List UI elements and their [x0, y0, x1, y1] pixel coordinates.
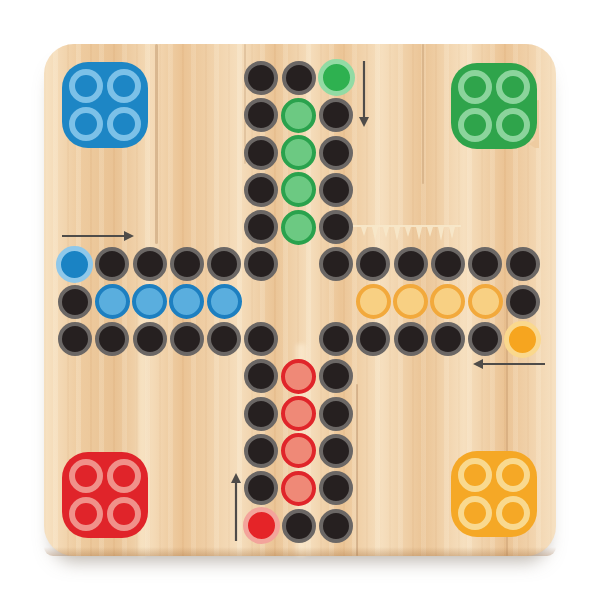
green-home-hole[interactable]	[281, 135, 316, 170]
track-hole[interactable]	[133, 247, 167, 281]
track-hole[interactable]	[244, 359, 278, 393]
track-holes-grid	[56, 59, 541, 544]
product-photo: { "game": "Ludo", "board_description": "…	[0, 0, 600, 600]
track-hole[interactable]	[58, 322, 92, 356]
red-home-hole[interactable]	[281, 471, 316, 506]
track-hole[interactable]	[244, 471, 278, 505]
track-hole[interactable]	[394, 247, 428, 281]
track-hole[interactable]	[356, 247, 390, 281]
track-hole[interactable]	[468, 247, 502, 281]
ludo-board	[44, 44, 556, 556]
green-start-hole[interactable]	[318, 59, 355, 96]
track-hole[interactable]	[431, 322, 465, 356]
blue-start-hole[interactable]	[56, 246, 93, 283]
track-hole[interactable]	[468, 322, 502, 356]
blue-home-hole[interactable]	[132, 284, 167, 319]
blue-home-hole[interactable]	[169, 284, 204, 319]
red-home-hole[interactable]	[281, 396, 316, 431]
track-hole[interactable]	[58, 285, 92, 319]
track-hole[interactable]	[282, 61, 316, 95]
track-hole[interactable]	[244, 322, 278, 356]
track-hole[interactable]	[319, 322, 353, 356]
green-home-hole[interactable]	[281, 210, 316, 245]
yellow-home-hole[interactable]	[356, 284, 391, 319]
red-start-hole[interactable]	[243, 507, 280, 544]
yellow-start-hole[interactable]	[504, 321, 541, 358]
track-hole[interactable]	[244, 136, 278, 170]
red-home-hole[interactable]	[281, 359, 316, 394]
track-hole[interactable]	[319, 173, 353, 207]
track-hole[interactable]	[170, 247, 204, 281]
track-hole[interactable]	[244, 247, 278, 281]
track-hole[interactable]	[244, 397, 278, 431]
green-home-hole[interactable]	[281, 172, 316, 207]
track-hole[interactable]	[319, 471, 353, 505]
yellow-home-hole[interactable]	[468, 284, 503, 319]
track-hole[interactable]	[319, 359, 353, 393]
track-hole[interactable]	[356, 322, 390, 356]
track-hole[interactable]	[319, 136, 353, 170]
track-hole[interactable]	[319, 210, 353, 244]
track-hole[interactable]	[133, 322, 167, 356]
track-hole[interactable]	[319, 434, 353, 468]
track-hole[interactable]	[319, 98, 353, 132]
track-hole[interactable]	[244, 98, 278, 132]
track-hole[interactable]	[207, 322, 241, 356]
yellow-home-hole[interactable]	[393, 284, 428, 319]
track-hole[interactable]	[319, 247, 353, 281]
track-hole[interactable]	[244, 434, 278, 468]
track-hole[interactable]	[244, 173, 278, 207]
red-home-hole[interactable]	[281, 433, 316, 468]
track-hole[interactable]	[394, 322, 428, 356]
track-hole[interactable]	[506, 247, 540, 281]
track-hole[interactable]	[431, 247, 465, 281]
track-hole[interactable]	[95, 247, 129, 281]
track-hole[interactable]	[319, 397, 353, 431]
track-hole[interactable]	[282, 509, 316, 543]
blue-home-hole[interactable]	[207, 284, 242, 319]
track-hole[interactable]	[207, 247, 241, 281]
track-hole[interactable]	[506, 285, 540, 319]
track-hole[interactable]	[244, 210, 278, 244]
track-hole[interactable]	[170, 322, 204, 356]
blue-home-hole[interactable]	[95, 284, 130, 319]
green-home-hole[interactable]	[281, 98, 316, 133]
yellow-home-hole[interactable]	[430, 284, 465, 319]
track-hole[interactable]	[95, 322, 129, 356]
track-hole[interactable]	[319, 509, 353, 543]
track-hole[interactable]	[244, 61, 278, 95]
